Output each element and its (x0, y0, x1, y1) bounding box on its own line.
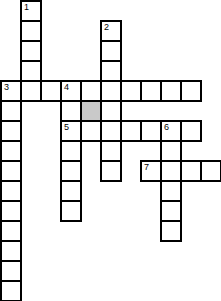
grid-cell[interactable] (120, 120, 142, 142)
grid-cell[interactable]: 4 (60, 80, 82, 102)
grid-cell[interactable] (0, 260, 22, 282)
grid-cell[interactable] (160, 140, 182, 162)
grid-cell[interactable] (120, 80, 142, 102)
grid-cell[interactable] (0, 280, 22, 301)
grid-cell[interactable] (160, 160, 182, 182)
grid-cell[interactable] (180, 120, 202, 142)
grid-cell[interactable] (80, 120, 102, 142)
clue-number: 2 (104, 23, 109, 31)
grid-cell[interactable] (40, 80, 62, 102)
grid-cell[interactable] (0, 200, 22, 222)
grid-cell[interactable] (0, 100, 22, 122)
grid-cell[interactable] (100, 140, 122, 162)
grid-cell[interactable] (20, 80, 42, 102)
grid-cell[interactable] (160, 200, 182, 222)
grid-cell[interactable] (160, 180, 182, 202)
grid-cell[interactable] (60, 140, 82, 162)
grid-cell[interactable] (0, 160, 22, 182)
grid-cell[interactable] (60, 200, 82, 222)
grid-cell[interactable] (160, 220, 182, 242)
grid-cell[interactable] (0, 120, 22, 142)
clue-number: 7 (144, 163, 149, 171)
grid-cell[interactable] (140, 80, 162, 102)
grid-cell[interactable]: 7 (140, 160, 162, 182)
grid-cell[interactable] (60, 100, 82, 122)
clue-number: 5 (64, 123, 69, 131)
grid-cell[interactable] (60, 180, 82, 202)
grid-cell[interactable] (200, 160, 221, 182)
grid-cell[interactable] (180, 80, 202, 102)
grid-cell[interactable] (140, 120, 162, 142)
grid-cell[interactable] (100, 40, 122, 62)
grid-cell[interactable] (0, 180, 22, 202)
crossword-board: 1234567 (0, 0, 221, 301)
grid-cell[interactable]: 1 (20, 0, 42, 22)
clue-number: 4 (64, 83, 69, 91)
grid-cell[interactable] (60, 160, 82, 182)
grid-cell[interactable]: 5 (60, 120, 82, 142)
grid-cell[interactable] (100, 60, 122, 82)
grid-cell[interactable]: 3 (0, 80, 22, 102)
grid-cell[interactable]: 2 (100, 20, 122, 42)
grid-cell[interactable] (100, 120, 122, 142)
grid-cell[interactable] (20, 20, 42, 42)
grid-cell[interactable] (0, 240, 22, 262)
grid-cell[interactable] (100, 80, 122, 102)
clue-number: 1 (24, 3, 29, 11)
selected-cell[interactable] (80, 100, 102, 122)
grid-cell[interactable] (20, 60, 42, 82)
clue-number: 3 (4, 83, 9, 91)
clue-number: 6 (164, 123, 169, 131)
grid-cell[interactable] (180, 160, 202, 182)
grid-cell[interactable] (20, 40, 42, 62)
grid-cell[interactable] (100, 160, 122, 182)
grid-cell[interactable] (0, 220, 22, 242)
grid-cell[interactable] (0, 140, 22, 162)
grid-cell[interactable] (80, 80, 102, 102)
grid-cell[interactable] (100, 100, 122, 122)
grid-cell[interactable]: 6 (160, 120, 182, 142)
grid-cell[interactable] (160, 80, 182, 102)
